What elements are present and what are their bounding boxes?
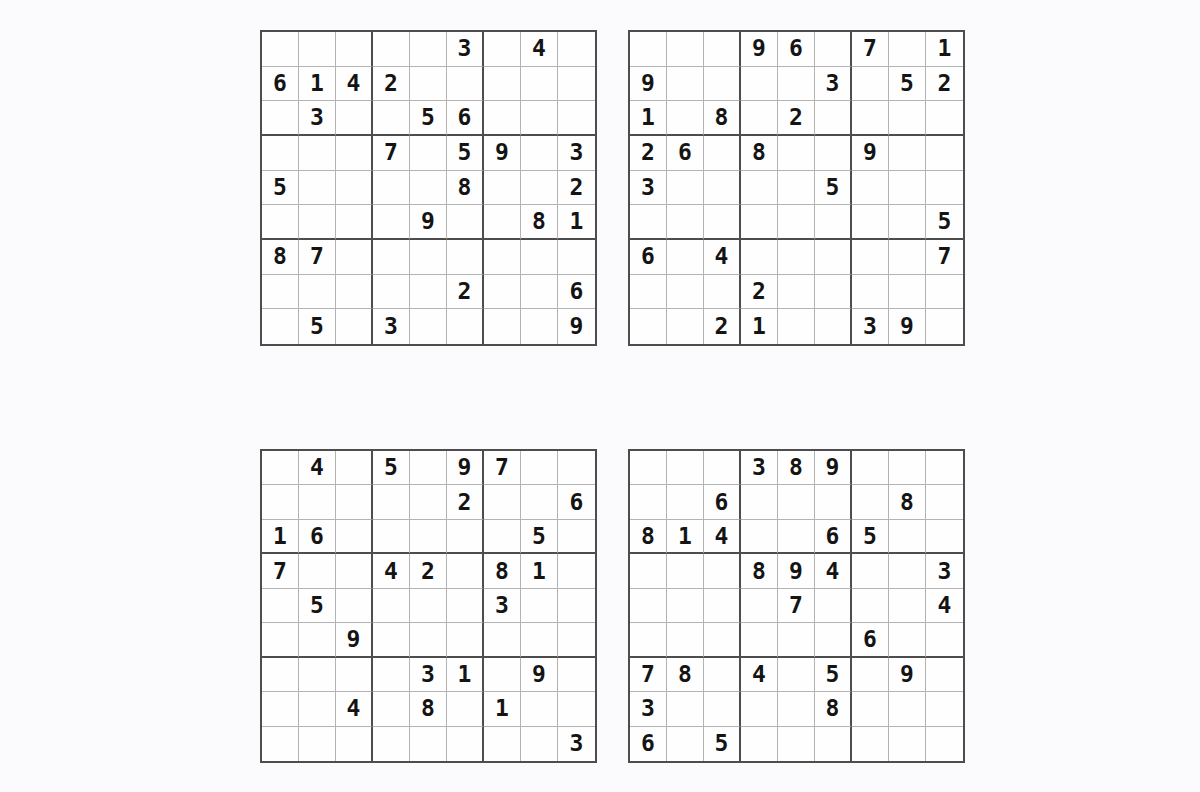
sudoku-cell-r5c8 [521,171,558,206]
sudoku-cell-r4c2 [667,554,704,588]
sudoku-cell-r1c2: 4 [299,451,336,485]
sudoku-cell-r5c3 [704,171,741,206]
sudoku-cell-r7c3 [336,240,373,275]
sudoku-cell-r3c1: 8 [630,520,667,554]
sudoku-cell-r2c8: 5 [889,67,926,102]
sudoku-cell-r5c3 [336,171,373,206]
sudoku-cell-r7c2 [299,658,336,692]
sudoku-cell-r2c5 [410,67,447,102]
sudoku-cell-r2c3 [336,485,373,519]
sudoku-cell-r8c6 [815,275,852,310]
sudoku-cell-r4c9 [558,554,595,588]
sudoku-cell-r5c3 [336,589,373,623]
sudoku-cell-r1c5: 6 [778,32,815,67]
sudoku-cell-r9c5 [410,309,447,344]
sudoku-cell-r6c5: 9 [410,205,447,240]
sudoku-cell-r8c6 [447,692,484,726]
sudoku-cell-r7c3 [704,658,741,692]
sudoku-cell-r6c3: 9 [336,623,373,657]
sudoku-cell-r2c9 [926,485,963,519]
sudoku-cell-r5c5 [410,171,447,206]
sudoku-cell-r2c1 [262,485,299,519]
sudoku-cell-r6c2 [667,623,704,657]
sudoku-cell-r6c2 [299,623,336,657]
sudoku-cell-r2c6 [447,67,484,102]
sudoku-cell-r6c5 [778,623,815,657]
sudoku-cell-r6c1 [630,205,667,240]
sudoku-cell-r5c2 [667,589,704,623]
sudoku-cell-r7c6 [447,240,484,275]
sudoku-cell-r6c3 [336,205,373,240]
sudoku-cell-r7c2 [667,240,704,275]
sudoku-cell-r4c1: 2 [630,136,667,171]
sudoku-cell-r4c6 [447,554,484,588]
sudoku-cell-r2c8 [521,485,558,519]
sudoku-cell-r4c8: 1 [521,554,558,588]
sudoku-cell-r6c9 [926,623,963,657]
sudoku-cell-r2c5 [778,485,815,519]
sudoku-cell-r4c4: 4 [373,554,410,588]
sudoku-cell-r7c7 [484,240,521,275]
sudoku-cell-r8c4 [373,275,410,310]
sudoku-cell-r7c9 [926,658,963,692]
sudoku-cell-r1c1 [630,451,667,485]
sudoku-cell-r4c6: 5 [447,136,484,171]
sudoku-cell-r5c1 [630,589,667,623]
sudoku-cell-r8c7 [852,275,889,310]
sudoku-cell-r3c1: 1 [630,101,667,136]
sudoku-cell-r6c4 [741,205,778,240]
sudoku-cell-r1c3 [704,451,741,485]
sudoku-cell-r9c5 [778,309,815,344]
sudoku-cell-r5c6 [447,589,484,623]
sudoku-grid-bottom-left: 459726165742815393194813 [260,449,597,763]
sudoku-cell-r6c3 [704,623,741,657]
sudoku-cell-r5c4 [741,589,778,623]
sudoku-cell-r2c2 [667,485,704,519]
sudoku-cell-r4c2 [299,136,336,171]
sudoku-cell-r2c1: 9 [630,67,667,102]
sudoku-cell-r1c1 [630,32,667,67]
sudoku-cell-r5c7 [852,171,889,206]
sudoku-cell-r9c6 [815,309,852,344]
sudoku-cell-r4c5: 2 [410,554,447,588]
sudoku-cell-r3c1: 1 [262,520,299,554]
sudoku-cell-r6c1 [262,623,299,657]
sudoku-cell-r8c3 [704,275,741,310]
sudoku-cell-r2c8 [521,67,558,102]
sudoku-cell-r1c9: 1 [926,32,963,67]
sudoku-cell-r7c7 [484,658,521,692]
sudoku-cell-r6c9: 1 [558,205,595,240]
sudoku-cell-r5c2: 5 [299,589,336,623]
sudoku-cell-r8c9 [926,692,963,726]
sudoku-cell-r5c2 [667,171,704,206]
sudoku-cell-r9c9 [926,309,963,344]
sudoku-cell-r1c5 [410,32,447,67]
sudoku-cell-r9c8: 9 [889,309,926,344]
sudoku-cell-r3c2 [667,101,704,136]
sudoku-cell-r2c8: 8 [889,485,926,519]
sudoku-cell-r1c7 [852,451,889,485]
sudoku-cell-r2c3: 4 [336,67,373,102]
sudoku-cell-r2c3 [704,67,741,102]
sudoku-cell-r2c4 [741,485,778,519]
sudoku-cell-r9c6 [815,727,852,761]
sudoku-cell-r9c1 [262,309,299,344]
sudoku-cell-r7c6: 5 [815,658,852,692]
sudoku-cell-r8c3 [704,692,741,726]
sudoku-cell-r7c4 [741,240,778,275]
sudoku-cell-r2c2 [667,67,704,102]
sudoku-cell-r5c6: 5 [815,171,852,206]
sudoku-cell-r6c6 [447,623,484,657]
sudoku-cell-r3c4 [741,520,778,554]
sudoku-cell-r9c1 [630,309,667,344]
sudoku-cell-r2c2: 1 [299,67,336,102]
sudoku-cell-r7c5 [778,658,815,692]
sudoku-cell-r3c4 [741,101,778,136]
sudoku-cell-r6c9: 5 [926,205,963,240]
sudoku-cell-r5c7 [484,171,521,206]
sudoku-cell-r5c6: 8 [447,171,484,206]
sudoku-cell-r3c9 [926,101,963,136]
sudoku-cell-r1c2 [667,451,704,485]
sudoku-cell-r4c9: 3 [558,136,595,171]
sudoku-cell-r7c7 [852,240,889,275]
sudoku-cell-r6c4 [373,623,410,657]
sudoku-cell-r7c5: 3 [410,658,447,692]
sudoku-cell-r9c8 [521,727,558,761]
sudoku-cell-r1c6 [815,32,852,67]
sudoku-cell-r7c5 [778,240,815,275]
sudoku-cell-r9c3 [336,309,373,344]
sudoku-cell-r8c3: 4 [336,692,373,726]
sudoku-cell-r5c2 [299,171,336,206]
sudoku-cell-r3c1 [262,101,299,136]
sudoku-cell-r4c9 [926,136,963,171]
sudoku-cell-r5c6 [815,589,852,623]
sudoku-cell-r1c8 [889,32,926,67]
sudoku-cell-r7c5 [410,240,447,275]
sudoku-cell-r1c3 [336,32,373,67]
sudoku-cell-r1c1 [262,32,299,67]
sudoku-cell-r9c3: 2 [704,309,741,344]
sudoku-cell-r8c5 [778,275,815,310]
sudoku-cell-r5c1: 3 [630,171,667,206]
sudoku-cell-r8c9: 6 [558,275,595,310]
sudoku-cell-r4c1: 7 [262,554,299,588]
sudoku-cell-r2c2 [299,485,336,519]
sudoku-cell-r2c7 [484,485,521,519]
sudoku-cell-r7c4 [373,658,410,692]
sudoku-cell-r6c8 [889,623,926,657]
sudoku-cell-r6c4 [741,623,778,657]
sudoku-cell-r7c3: 4 [704,240,741,275]
sudoku-cell-r1c4: 9 [741,32,778,67]
sudoku-cell-r5c9: 2 [558,171,595,206]
sudoku-cell-r3c6 [815,101,852,136]
sudoku-cell-r1c3 [336,451,373,485]
sudoku-cell-r1c7: 7 [484,451,521,485]
sudoku-cell-r7c1: 6 [630,240,667,275]
sudoku-cell-r8c2 [299,275,336,310]
sudoku-cell-r8c1 [630,275,667,310]
sudoku-cell-r4c3 [704,554,741,588]
sudoku-cell-r7c4: 4 [741,658,778,692]
sudoku-cell-r4c8 [521,136,558,171]
sudoku-cell-r1c1 [262,451,299,485]
sudoku-cell-r9c7 [484,727,521,761]
sudoku-cell-r1c4 [373,32,410,67]
sudoku-cell-r7c8 [521,240,558,275]
sudoku-cell-r5c5: 7 [778,589,815,623]
sudoku-cell-r9c5 [778,727,815,761]
sudoku-cell-r9c4: 1 [741,309,778,344]
sudoku-cell-r4c8 [889,554,926,588]
sudoku-cell-r1c2 [667,32,704,67]
sudoku-cell-r9c8 [889,727,926,761]
sudoku-cell-r7c8 [889,240,926,275]
sudoku-cell-r8c7 [484,275,521,310]
sudoku-cell-r4c3 [704,136,741,171]
sudoku-cell-r4c7: 9 [852,136,889,171]
sudoku-cell-r2c3: 6 [704,485,741,519]
sudoku-cell-r3c9 [558,101,595,136]
sudoku-cell-r5c8 [889,171,926,206]
sudoku-cell-r6c7 [484,623,521,657]
sudoku-cell-r1c6: 3 [447,32,484,67]
sudoku-cell-r8c4 [373,692,410,726]
sudoku-cell-r1c9 [926,451,963,485]
sudoku-cell-r7c8: 9 [889,658,926,692]
sudoku-cell-r2c4: 2 [373,67,410,102]
sudoku-cell-r3c2: 6 [299,520,336,554]
sudoku-cell-r6c1 [262,205,299,240]
sudoku-cell-r3c5: 2 [778,101,815,136]
sudoku-cell-r3c9 [926,520,963,554]
sudoku-cell-r6c5 [778,205,815,240]
sudoku-cell-r5c4 [373,589,410,623]
sudoku-cell-r9c2 [667,727,704,761]
sudoku-cell-r8c8 [521,275,558,310]
sudoku-cell-r5c7: 3 [484,589,521,623]
sudoku-cell-r6c2 [667,205,704,240]
sudoku-cell-r2c1 [630,485,667,519]
sudoku-grid-top-right: 96719352182268935564722139 [628,30,965,346]
sudoku-cell-r3c3: 4 [704,520,741,554]
sudoku-cell-r8c2 [667,692,704,726]
sudoku-cell-r4c1 [630,554,667,588]
sudoku-cell-r8c5 [778,692,815,726]
sudoku-cell-r9c1 [262,727,299,761]
sudoku-cell-r3c5 [410,520,447,554]
sudoku-cell-r7c8: 9 [521,658,558,692]
sudoku-cell-r8c2 [299,692,336,726]
sudoku-cell-r7c2: 7 [299,240,336,275]
sudoku-cell-r1c5 [410,451,447,485]
sudoku-cell-r6c7 [484,205,521,240]
sudoku-cell-r2c4 [373,485,410,519]
sudoku-cell-r3c3 [336,520,373,554]
sudoku-cell-r5c8 [889,589,926,623]
sudoku-cell-r7c9 [558,658,595,692]
sudoku-cell-r8c8 [889,692,926,726]
sudoku-cell-r4c4: 8 [741,136,778,171]
sudoku-cell-r5c9 [558,589,595,623]
sudoku-cell-r8c3 [336,275,373,310]
sudoku-cell-r9c8 [521,309,558,344]
sudoku-cell-r7c4 [373,240,410,275]
sudoku-cell-r7c2: 8 [667,658,704,692]
sudoku-cell-r7c6: 1 [447,658,484,692]
sudoku-cell-r8c7: 1 [484,692,521,726]
sudoku-cell-r4c2 [299,554,336,588]
sudoku-cell-r8c9 [926,275,963,310]
sudoku-cell-r5c4 [741,171,778,206]
sudoku-cell-r9c3: 5 [704,727,741,761]
sudoku-cell-r5c3 [704,589,741,623]
sudoku-cell-r6c9 [558,623,595,657]
sudoku-cell-r5c5 [778,171,815,206]
sudoku-cell-r5c1: 5 [262,171,299,206]
sudoku-cell-r4c7: 8 [484,554,521,588]
sudoku-cell-r3c2: 3 [299,101,336,136]
sudoku-cell-r3c3 [336,101,373,136]
sudoku-cell-r9c6 [447,727,484,761]
sudoku-cell-r6c8 [521,623,558,657]
sudoku-cell-r5c7 [852,589,889,623]
sudoku-cell-r8c8 [889,275,926,310]
sudoku-cell-r8c4 [741,692,778,726]
sudoku-cell-r2c9: 6 [558,485,595,519]
sudoku-cell-r2c1: 6 [262,67,299,102]
sudoku-cell-r9c2: 5 [299,309,336,344]
sudoku-grid-top-left: 34614235675935829818726539 [260,30,597,346]
sudoku-cell-r5c5 [410,589,447,623]
sudoku-cell-r3c7: 5 [852,520,889,554]
sudoku-cell-r2c6: 2 [447,485,484,519]
sudoku-cell-r4c7 [852,554,889,588]
sudoku-cell-r1c9 [558,32,595,67]
sudoku-cell-r7c3 [336,658,373,692]
sudoku-cell-r6c1 [630,623,667,657]
sudoku-cell-r9c2 [299,727,336,761]
sudoku-cell-r9c7 [484,309,521,344]
sudoku-cell-r1c8 [889,451,926,485]
sudoku-cell-r2c5 [778,67,815,102]
sudoku-cell-r6c8: 8 [521,205,558,240]
sudoku-cell-r8c8 [521,692,558,726]
sudoku-cell-r3c8 [521,101,558,136]
sudoku-cell-r9c9 [926,727,963,761]
sudoku-cell-r4c4: 7 [373,136,410,171]
sudoku-cell-r3c6: 6 [447,101,484,136]
sudoku-cell-r1c3 [704,32,741,67]
sudoku-cell-r3c2: 1 [667,520,704,554]
sudoku-cell-r7c1: 8 [262,240,299,275]
sudoku-cell-r9c4 [741,727,778,761]
sudoku-cell-r6c2 [299,205,336,240]
sudoku-cell-r1c9 [558,451,595,485]
sudoku-cell-r9c5 [410,727,447,761]
sudoku-cell-r6c6 [815,205,852,240]
sudoku-cell-r3c7 [484,520,521,554]
sudoku-cell-r5c1 [262,589,299,623]
sudoku-cell-r7c9: 7 [926,240,963,275]
sudoku-cell-r4c4: 8 [741,554,778,588]
sudoku-cell-r4c9: 3 [926,554,963,588]
sudoku-cell-r7c1 [262,658,299,692]
sudoku-cell-r6c5 [410,623,447,657]
sudoku-cell-r8c7 [852,692,889,726]
sudoku-cell-r5c4 [373,171,410,206]
sudoku-cell-r4c3 [336,136,373,171]
sudoku-cell-r9c6 [447,309,484,344]
sudoku-cell-r4c1 [262,136,299,171]
sudoku-cell-r2c6 [815,485,852,519]
sudoku-cell-r5c9 [926,171,963,206]
sudoku-cell-r8c1 [262,692,299,726]
sudoku-cell-r6c4 [373,205,410,240]
sudoku-cell-r4c5 [778,136,815,171]
sudoku-cell-r1c2 [299,32,336,67]
sudoku-cell-r1c4: 3 [741,451,778,485]
sudoku-cell-r3c4 [373,520,410,554]
sudoku-cell-r9c1: 6 [630,727,667,761]
sudoku-cell-r2c9 [558,67,595,102]
sudoku-cell-r5c8 [521,589,558,623]
sudoku-cell-r1c6: 9 [447,451,484,485]
sudoku-cell-r3c5: 5 [410,101,447,136]
sudoku-cell-r2c5 [410,485,447,519]
sudoku-cell-r1c6: 9 [815,451,852,485]
sudoku-cell-r4c2: 6 [667,136,704,171]
sudoku-cell-r8c5: 8 [410,692,447,726]
sudoku-cell-r4c6: 4 [815,554,852,588]
sudoku-grid-bottom-right: 38968814658943746784593865 [628,449,965,763]
sudoku-cell-r3c4 [373,101,410,136]
sudoku-cell-r4c3 [336,554,373,588]
sudoku-cell-r2c7 [852,485,889,519]
sudoku-cell-r4c5: 9 [778,554,815,588]
sudoku-cell-r9c7: 3 [852,309,889,344]
sudoku-cell-r3c8 [889,520,926,554]
sudoku-cell-r4c5 [410,136,447,171]
sudoku-cell-r1c8 [521,451,558,485]
sudoku-cell-r3c3: 8 [704,101,741,136]
sudoku-cell-r9c4: 3 [373,309,410,344]
sudoku-cell-r2c9: 2 [926,67,963,102]
sudoku-cell-r2c7 [484,67,521,102]
sudoku-cell-r2c7 [852,67,889,102]
sudoku-cell-r4c7: 9 [484,136,521,171]
sudoku-cell-r3c6: 6 [815,520,852,554]
sudoku-cell-r8c5 [410,275,447,310]
sudoku-cell-r4c8 [889,136,926,171]
sudoku-cell-r6c7 [852,205,889,240]
sudoku-cell-r9c3 [336,727,373,761]
sudoku-cell-r1c7: 7 [852,32,889,67]
sudoku-cell-r3c7 [484,101,521,136]
sudoku-cell-r6c3 [704,205,741,240]
sudoku-cell-r1c4: 5 [373,451,410,485]
sudoku-cell-r8c4: 2 [741,275,778,310]
sudoku-cell-r8c2 [667,275,704,310]
sudoku-cell-r9c9: 9 [558,309,595,344]
sudoku-cell-r5c9: 4 [926,589,963,623]
sudoku-cell-r8c9 [558,692,595,726]
